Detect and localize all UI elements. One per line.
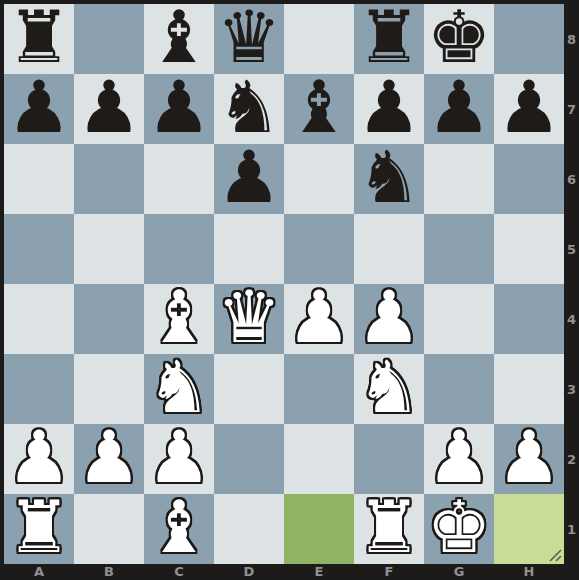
square-e4[interactable]: ♟ — [284, 284, 354, 354]
square-d2[interactable] — [214, 424, 284, 494]
piece-white-queen[interactable]: ♛ — [217, 282, 282, 352]
square-g8[interactable]: ♚ — [424, 4, 494, 74]
piece-white-bishop[interactable]: ♝ — [147, 492, 212, 562]
piece-white-knight[interactable]: ♞ — [357, 352, 422, 422]
square-h2[interactable]: ♟ — [494, 424, 564, 494]
square-b6[interactable] — [74, 144, 144, 214]
square-d8[interactable]: ♛ — [214, 4, 284, 74]
square-f3[interactable]: ♞ — [354, 354, 424, 424]
square-e5[interactable] — [284, 214, 354, 284]
piece-black-queen[interactable]: ♛ — [217, 2, 282, 72]
square-b4[interactable] — [74, 284, 144, 354]
square-c7[interactable]: ♟ — [144, 74, 214, 144]
file-label-c: C — [144, 563, 214, 580]
piece-black-pawn[interactable]: ♟ — [77, 72, 142, 142]
square-f4[interactable]: ♟ — [354, 284, 424, 354]
square-a6[interactable] — [4, 144, 74, 214]
piece-black-pawn[interactable]: ♟ — [427, 72, 492, 142]
square-g4[interactable] — [424, 284, 494, 354]
square-f7[interactable]: ♟ — [354, 74, 424, 144]
rank-label-3: 3 — [564, 354, 579, 424]
piece-white-pawn[interactable]: ♟ — [497, 422, 562, 492]
square-c3[interactable]: ♞ — [144, 354, 214, 424]
piece-white-pawn[interactable]: ♟ — [427, 422, 492, 492]
square-h3[interactable] — [494, 354, 564, 424]
square-a5[interactable] — [4, 214, 74, 284]
square-e7[interactable]: ♝ — [284, 74, 354, 144]
square-d1[interactable] — [214, 494, 284, 564]
piece-black-rook[interactable]: ♜ — [7, 2, 72, 72]
square-c8[interactable]: ♝ — [144, 4, 214, 74]
piece-white-knight[interactable]: ♞ — [147, 352, 212, 422]
file-label-a: A — [4, 563, 74, 580]
square-g7[interactable]: ♟ — [424, 74, 494, 144]
file-label-h: H — [494, 563, 564, 580]
square-f2[interactable] — [354, 424, 424, 494]
square-f1[interactable]: ♜ — [354, 494, 424, 564]
square-e1[interactable] — [284, 494, 354, 564]
piece-black-rook[interactable]: ♜ — [357, 2, 422, 72]
square-e2[interactable] — [284, 424, 354, 494]
file-label-b: B — [74, 563, 144, 580]
square-d6[interactable]: ♟ — [214, 144, 284, 214]
piece-white-pawn[interactable]: ♟ — [287, 282, 352, 352]
piece-white-rook[interactable]: ♜ — [357, 492, 422, 562]
square-a7[interactable]: ♟ — [4, 74, 74, 144]
square-h4[interactable] — [494, 284, 564, 354]
square-g6[interactable] — [424, 144, 494, 214]
piece-white-pawn[interactable]: ♟ — [77, 422, 142, 492]
square-a3[interactable] — [4, 354, 74, 424]
square-g2[interactable]: ♟ — [424, 424, 494, 494]
square-c5[interactable] — [144, 214, 214, 284]
piece-black-bishop[interactable]: ♝ — [147, 2, 212, 72]
piece-white-pawn[interactable]: ♟ — [357, 282, 422, 352]
square-e3[interactable] — [284, 354, 354, 424]
rank-label-4: 4 — [564, 284, 579, 354]
square-b5[interactable] — [74, 214, 144, 284]
square-f6[interactable]: ♞ — [354, 144, 424, 214]
square-e8[interactable] — [284, 4, 354, 74]
square-f8[interactable]: ♜ — [354, 4, 424, 74]
square-f5[interactable] — [354, 214, 424, 284]
square-a1[interactable]: ♜ — [4, 494, 74, 564]
square-c6[interactable] — [144, 144, 214, 214]
square-h1[interactable] — [494, 494, 564, 564]
square-d7[interactable]: ♞ — [214, 74, 284, 144]
square-h7[interactable]: ♟ — [494, 74, 564, 144]
piece-white-bishop[interactable]: ♝ — [147, 282, 212, 352]
rank-label-2: 2 — [564, 424, 579, 494]
file-coordinates: ABCDEFGH — [4, 563, 564, 580]
piece-white-pawn[interactable]: ♟ — [147, 422, 212, 492]
file-label-f: F — [354, 563, 424, 580]
square-d5[interactable] — [214, 214, 284, 284]
square-h6[interactable] — [494, 144, 564, 214]
piece-black-bishop[interactable]: ♝ — [287, 72, 352, 142]
file-label-d: D — [214, 563, 284, 580]
rank-label-8: 8 — [564, 4, 579, 74]
square-d3[interactable] — [214, 354, 284, 424]
piece-white-pawn[interactable]: ♟ — [7, 422, 72, 492]
rank-label-1: 1 — [564, 494, 579, 564]
piece-black-pawn[interactable]: ♟ — [147, 72, 212, 142]
rank-label-5: 5 — [564, 214, 579, 284]
piece-black-knight[interactable]: ♞ — [217, 72, 282, 142]
square-a8[interactable]: ♜ — [4, 4, 74, 74]
piece-black-pawn[interactable]: ♟ — [217, 142, 282, 212]
square-a2[interactable]: ♟ — [4, 424, 74, 494]
square-c1[interactable]: ♝ — [144, 494, 214, 564]
file-label-e: E — [284, 563, 354, 580]
file-label-g: G — [424, 563, 494, 580]
piece-black-knight[interactable]: ♞ — [357, 142, 422, 212]
square-b2[interactable]: ♟ — [74, 424, 144, 494]
piece-white-king[interactable]: ♚ — [427, 492, 492, 562]
square-g1[interactable]: ♚ — [424, 494, 494, 564]
piece-black-pawn[interactable]: ♟ — [7, 72, 72, 142]
square-c4[interactable]: ♝ — [144, 284, 214, 354]
square-b1[interactable] — [74, 494, 144, 564]
piece-white-rook[interactable]: ♜ — [7, 492, 72, 562]
piece-black-pawn[interactable]: ♟ — [497, 72, 562, 142]
square-g5[interactable] — [424, 214, 494, 284]
square-h8[interactable] — [494, 4, 564, 74]
square-e6[interactable] — [284, 144, 354, 214]
piece-black-king[interactable]: ♚ — [427, 2, 492, 72]
piece-black-pawn[interactable]: ♟ — [357, 72, 422, 142]
square-g3[interactable] — [424, 354, 494, 424]
square-a4[interactable] — [4, 284, 74, 354]
square-c2[interactable]: ♟ — [144, 424, 214, 494]
rank-label-6: 6 — [564, 144, 579, 214]
square-h5[interactable] — [494, 214, 564, 284]
square-b7[interactable]: ♟ — [74, 74, 144, 144]
board-resize-handle-icon[interactable] — [548, 548, 562, 562]
square-b3[interactable] — [74, 354, 144, 424]
rank-coordinates: 87654321 — [564, 4, 579, 564]
rank-label-7: 7 — [564, 74, 579, 144]
chess-board: ♜♝♛♜♚♟♟♟♞♝♟♟♟♟♞♝♛♟♟♞♞♟♟♟♟♟♜♝♜♚ — [4, 4, 564, 564]
square-d4[interactable]: ♛ — [214, 284, 284, 354]
square-b8[interactable] — [74, 4, 144, 74]
